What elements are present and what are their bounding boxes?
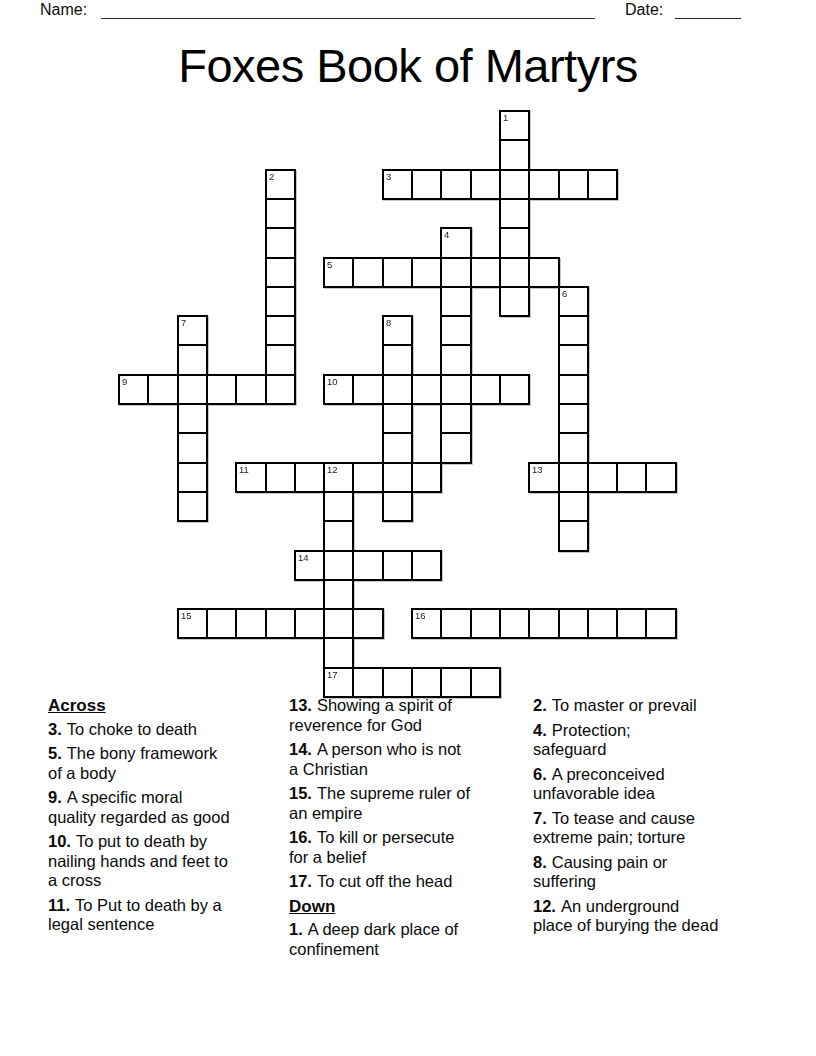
clue-number: 4. xyxy=(533,721,547,739)
clue-text: An underground place of burying the dead xyxy=(533,897,718,935)
clue-text: To master or prevail xyxy=(552,696,697,714)
clue-text: Causing pain or suffering xyxy=(533,853,667,891)
grid-cell-r19c8[interactable] xyxy=(352,667,384,698)
grid-cell-r12c15[interactable] xyxy=(558,462,589,493)
grid-cell-r19c10[interactable] xyxy=(411,667,442,698)
grid-cell-r4c11[interactable]: 4 xyxy=(440,227,472,259)
grid-cell-r9c2[interactable] xyxy=(177,374,208,405)
grid-cell-r17c15[interactable] xyxy=(558,608,589,639)
grid-cell-r12c14[interactable]: 13 xyxy=(528,462,560,493)
clue-9: 9.A specific moral quality regarded as g… xyxy=(48,788,282,827)
grid-cell-r7c2[interactable]: 7 xyxy=(177,315,208,346)
grid-cell-r17c16[interactable] xyxy=(587,608,618,639)
clue-number: 14. xyxy=(289,740,312,758)
grid-cell-r12c18[interactable] xyxy=(645,462,677,493)
clues-down-heading: Down xyxy=(289,897,531,917)
grid-cell-r13c7[interactable] xyxy=(323,491,354,522)
grid-cell-r13c9[interactable] xyxy=(382,491,413,522)
clue-column-1: Across3.To choke to death5.The bony fram… xyxy=(48,696,282,940)
grid-cell-r12c2[interactable] xyxy=(177,462,208,493)
clue-10: 10.To put to death by nailing hands and … xyxy=(48,832,282,891)
grid-cell-r2c12[interactable] xyxy=(470,169,501,200)
clue-text: A specific moral quality regarded as goo… xyxy=(48,788,230,826)
grid-cell-r8c9[interactable] xyxy=(382,344,413,376)
grid-cell-r17c17[interactable] xyxy=(616,608,647,639)
clue-14: 14.A person who is not a Christian xyxy=(289,740,531,779)
grid-clue-number-3: 3 xyxy=(386,171,391,182)
grid-cell-r12c5[interactable] xyxy=(265,462,296,493)
grid-cell-r2c5[interactable]: 2 xyxy=(265,169,296,200)
grid-cell-r4c5[interactable] xyxy=(265,227,296,259)
grid-clue-number-10: 10 xyxy=(327,376,338,387)
grid-cell-r15c8[interactable] xyxy=(352,550,384,581)
grid-cell-r3c5[interactable] xyxy=(265,198,296,229)
grid-cell-r8c11[interactable] xyxy=(440,344,472,376)
grid-cell-r2c14[interactable] xyxy=(528,169,560,200)
grid-cell-r5c12[interactable] xyxy=(470,257,501,288)
clue-4: 4.Protection; safeguard xyxy=(533,721,771,760)
clue-text: To kill or persecute for a belief xyxy=(289,828,455,866)
grid-cell-r9c13[interactable] xyxy=(499,374,530,405)
grid-cell-r15c6[interactable]: 14 xyxy=(294,550,325,581)
grid-cell-r6c15[interactable]: 6 xyxy=(558,286,589,317)
grid-cell-r12c4[interactable]: 11 xyxy=(235,462,267,493)
grid-cell-r11c9[interactable] xyxy=(382,432,413,464)
grid-cell-r17c12[interactable] xyxy=(470,608,501,639)
grid-clue-number-13: 13 xyxy=(532,464,543,475)
grid-cell-r0c13[interactable]: 1 xyxy=(499,110,530,141)
clue-number: 8. xyxy=(533,853,547,871)
grid-cell-r17c4[interactable] xyxy=(235,608,267,639)
clue-text: To put to death by nailing hands and fee… xyxy=(48,832,228,889)
grid-cell-r2c11[interactable] xyxy=(440,169,472,200)
grid-cell-r9c3[interactable] xyxy=(206,374,237,405)
grid-clue-number-12: 12 xyxy=(327,464,338,475)
clue-text: Protection; safeguard xyxy=(533,721,631,759)
clue-text: Showing a spirit of reverence for God xyxy=(289,696,452,734)
grid-cell-r17c5[interactable] xyxy=(265,608,296,639)
grid-cell-r19c9[interactable] xyxy=(382,667,413,698)
grid-clue-number-7: 7 xyxy=(181,317,186,328)
grid-cell-r10c2[interactable] xyxy=(177,403,208,434)
grid-cell-r5c10[interactable] xyxy=(411,257,442,288)
clue-text: The bony framework of a body xyxy=(48,744,217,782)
grid-cell-r7c11[interactable] xyxy=(440,315,472,346)
clues-across-heading: Across xyxy=(48,696,282,716)
grid-cell-r8c2[interactable] xyxy=(177,344,208,376)
worksheet-page: Name: Date: Foxes Book of Martyrs 123456… xyxy=(0,0,816,1056)
grid-cell-r11c11[interactable] xyxy=(440,432,472,464)
clue-11: 11.To Put to death by a legal sentence xyxy=(48,896,282,935)
grid-cell-r6c13[interactable] xyxy=(499,286,530,317)
grid-cell-r10c9[interactable] xyxy=(382,403,413,434)
grid-cell-r8c5[interactable] xyxy=(265,344,296,376)
clue-13: 13.Showing a spirit of reverence for God xyxy=(289,696,531,735)
clue-number: 12. xyxy=(533,897,556,915)
name-input-line[interactable] xyxy=(101,2,595,19)
grid-cell-r7c9[interactable]: 8 xyxy=(382,315,413,346)
grid-clue-number-2: 2 xyxy=(269,171,274,182)
grid-cell-r17c8[interactable] xyxy=(352,608,384,639)
grid-cell-r17c18[interactable] xyxy=(645,608,677,639)
grid-cell-r10c15[interactable] xyxy=(558,403,589,434)
grid-clue-number-6: 6 xyxy=(562,288,567,299)
grid-cell-r11c2[interactable] xyxy=(177,432,208,464)
grid-cell-r14c15[interactable] xyxy=(558,520,589,552)
grid-cell-r9c12[interactable] xyxy=(470,374,501,405)
grid-cell-r12c9[interactable] xyxy=(382,462,413,493)
clue-text: The supreme ruler of an empire xyxy=(289,784,470,822)
grid-cell-r7c5[interactable] xyxy=(265,315,296,346)
grid-cell-r2c9[interactable]: 3 xyxy=(382,169,413,200)
grid-cell-r18c7[interactable] xyxy=(323,637,354,669)
date-input-line[interactable] xyxy=(675,2,741,19)
grid-cell-r12c8[interactable] xyxy=(352,462,384,493)
clue-text: A preconceived unfavorable idea xyxy=(533,765,665,803)
grid-cell-r12c17[interactable] xyxy=(616,462,647,493)
grid-cell-r8c15[interactable] xyxy=(558,344,589,376)
grid-cell-r15c7[interactable] xyxy=(323,550,354,581)
grid-cell-r4c13[interactable] xyxy=(499,227,530,259)
grid-clue-number-17: 17 xyxy=(327,669,338,680)
clue-number: 15. xyxy=(289,784,312,802)
date-label: Date: xyxy=(625,1,663,19)
grid-clue-number-4: 4 xyxy=(444,229,449,240)
grid-cell-r9c5[interactable] xyxy=(265,374,296,405)
grid-cell-r17c14[interactable] xyxy=(528,608,560,639)
grid-cell-r12c10[interactable] xyxy=(411,462,442,493)
grid-cell-r5c9[interactable] xyxy=(382,257,413,288)
grid-cell-r5c13[interactable] xyxy=(499,257,530,288)
grid-cell-r17c13[interactable] xyxy=(499,608,530,639)
crossword-grid: 1234567891011121314151617 xyxy=(118,110,678,700)
clue-number: 6. xyxy=(533,765,547,783)
clue-text: A deep dark place of confinement xyxy=(289,920,458,958)
grid-cell-r9c4[interactable] xyxy=(235,374,267,405)
clue-text: To cut off the head xyxy=(317,872,452,890)
clue-column-3: 2.To master or prevail4.Protection; safe… xyxy=(533,696,771,941)
grid-cell-r9c15[interactable] xyxy=(558,374,589,405)
grid-cell-r11c15[interactable] xyxy=(558,432,589,464)
grid-cell-r7c15[interactable] xyxy=(558,315,589,346)
grid-cell-r17c2[interactable]: 15 xyxy=(177,608,208,639)
page-title: Foxes Book of Martyrs xyxy=(0,38,816,93)
grid-cell-r5c8[interactable] xyxy=(352,257,384,288)
clue-5: 5.The bony framework of a body xyxy=(48,744,282,783)
clue-number: 9. xyxy=(48,788,62,806)
clue-column-2: 13.Showing a spirit of reverence for God… xyxy=(289,696,531,964)
grid-cell-r15c9[interactable] xyxy=(382,550,413,581)
clue-number: 11. xyxy=(48,896,70,914)
clue-7: 7.To tease and cause extreme pain; tortu… xyxy=(533,809,771,848)
clue-number: 13. xyxy=(289,696,312,714)
grid-cell-r13c2[interactable] xyxy=(177,491,208,522)
grid-clue-number-11: 11 xyxy=(239,464,249,475)
grid-cell-r17c6[interactable] xyxy=(294,608,325,639)
clue-6: 6.A preconceived unfavorable idea xyxy=(533,765,771,804)
grid-cell-r9c9[interactable] xyxy=(382,374,413,405)
clue-3: 3.To choke to death xyxy=(48,720,282,740)
grid-cell-r6c5[interactable] xyxy=(265,286,296,317)
grid-cell-r17c11[interactable] xyxy=(440,608,472,639)
grid-cell-r2c15[interactable] xyxy=(558,169,589,200)
grid-cell-r14c7[interactable] xyxy=(323,520,354,552)
grid-clue-number-5: 5 xyxy=(327,259,332,270)
name-label: Name: xyxy=(40,1,87,19)
grid-cell-r2c13[interactable] xyxy=(499,169,530,200)
grid-clue-number-9: 9 xyxy=(122,376,127,387)
clue-12: 12.An underground place of burying the d… xyxy=(533,897,771,936)
grid-cell-r2c16[interactable] xyxy=(587,169,618,200)
clue-16: 16.To kill or persecute for a belief xyxy=(289,828,531,867)
grid-cell-r9c1[interactable] xyxy=(147,374,179,405)
grid-cell-r16c7[interactable] xyxy=(323,579,354,610)
grid-cell-r13c15[interactable] xyxy=(558,491,589,522)
grid-cell-r5c5[interactable] xyxy=(265,257,296,288)
grid-clue-number-16: 16 xyxy=(415,610,426,621)
clue-2: 2.To master or prevail xyxy=(533,696,771,716)
clue-text: To tease and cause extreme pain; torture xyxy=(533,809,695,847)
clue-number: 10. xyxy=(48,832,71,850)
grid-cell-r15c10[interactable] xyxy=(411,550,442,581)
grid-cell-r9c10[interactable] xyxy=(411,374,442,405)
clue-17: 17.To cut off the head xyxy=(289,872,531,892)
grid-cell-r9c0[interactable]: 9 xyxy=(118,374,149,405)
clue-number: 3. xyxy=(48,720,62,738)
grid-cell-r6c11[interactable] xyxy=(440,286,472,317)
grid-cell-r1c13[interactable] xyxy=(499,139,530,171)
grid-cell-r17c3[interactable] xyxy=(206,608,237,639)
clue-15: 15.The supreme ruler of an empire xyxy=(289,784,531,823)
grid-cell-r17c7[interactable] xyxy=(323,608,354,639)
grid-cell-r12c6[interactable] xyxy=(294,462,325,493)
grid-cell-r19c11[interactable] xyxy=(440,667,472,698)
clue-number: 16. xyxy=(289,828,312,846)
grid-cell-r19c12[interactable] xyxy=(470,667,501,698)
clue-1: 1.A deep dark place of confinement xyxy=(289,920,531,959)
grid-cell-r9c7[interactable]: 10 xyxy=(323,374,354,405)
grid-cell-r5c14[interactable] xyxy=(528,257,560,288)
clue-text: To Put to death by a legal sentence xyxy=(48,896,222,934)
clue-number: 2. xyxy=(533,696,547,714)
grid-clue-number-15: 15 xyxy=(181,610,192,621)
clue-text: A person who is not a Christian xyxy=(289,740,461,778)
grid-cell-r3c13[interactable] xyxy=(499,198,530,229)
grid-clue-number-8: 8 xyxy=(386,317,391,328)
grid-cell-r12c7[interactable]: 12 xyxy=(323,462,354,493)
grid-cell-r12c16[interactable] xyxy=(587,462,618,493)
clue-number: 7. xyxy=(533,809,547,827)
clue-8: 8.Causing pain or suffering xyxy=(533,853,771,892)
grid-cell-r5c11[interactable] xyxy=(440,257,472,288)
clue-number: 1. xyxy=(289,920,303,938)
clue-number: 5. xyxy=(48,744,62,762)
clue-number: 17. xyxy=(289,872,312,890)
grid-cell-r5c7[interactable]: 5 xyxy=(323,257,354,288)
grid-cell-r10c11[interactable] xyxy=(440,403,472,434)
grid-cell-r9c8[interactable] xyxy=(352,374,384,405)
grid-clue-number-14: 14 xyxy=(298,552,309,563)
grid-cell-r19c7[interactable]: 17 xyxy=(323,667,354,698)
grid-cell-r9c11[interactable] xyxy=(440,374,472,405)
grid-cell-r17c10[interactable]: 16 xyxy=(411,608,442,639)
clue-text: To choke to death xyxy=(67,720,197,738)
grid-cell-r2c10[interactable] xyxy=(411,169,442,200)
grid-clue-number-1: 1 xyxy=(503,112,508,123)
